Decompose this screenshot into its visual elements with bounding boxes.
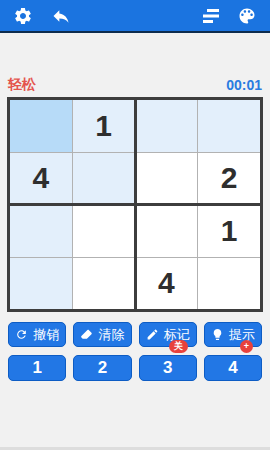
undo-label: 撤销	[33, 326, 59, 344]
cell-r0c2[interactable]	[136, 100, 198, 152]
palette-icon[interactable]	[234, 3, 260, 29]
num-button-1[interactable]: 1	[8, 355, 66, 381]
cell-r3c1[interactable]	[73, 258, 135, 310]
num-button-3[interactable]: 3	[139, 355, 197, 381]
num-button-4[interactable]: 4	[204, 355, 262, 381]
cell-r0c3[interactable]	[198, 100, 260, 152]
num-button-2[interactable]: 2	[73, 355, 131, 381]
timer: 00:01	[226, 77, 262, 93]
hint-count-badge: +	[240, 340, 253, 353]
difficulty-label: 轻松	[8, 76, 36, 94]
cell-r2c2[interactable]	[136, 205, 198, 257]
cell-r3c0[interactable]	[10, 258, 72, 310]
clear-button[interactable]: 清除	[73, 322, 131, 347]
status-row: 轻松 00:01	[0, 75, 270, 95]
cell-r2c3[interactable]: 1	[198, 205, 260, 257]
hint-button[interactable]: 提示 +	[204, 322, 262, 347]
cell-r1c3[interactable]: 2	[198, 153, 260, 205]
clear-label: 清除	[98, 326, 124, 344]
cell-r0c1[interactable]: 1	[73, 100, 135, 152]
cell-r1c2[interactable]	[136, 153, 198, 205]
undo-icon	[15, 328, 28, 341]
cell-r2c0[interactable]	[10, 205, 72, 257]
cell-r2c1[interactable]	[73, 205, 135, 257]
cell-r0c0[interactable]	[10, 100, 72, 152]
box-divider-horizontal	[10, 203, 260, 206]
eraser-icon	[80, 328, 93, 341]
top-bar	[0, 0, 270, 33]
toolbar: 撤销 清除 标记 关 提示 +	[8, 322, 262, 347]
undo-button[interactable]: 撤销	[8, 322, 66, 347]
sudoku-board: 14214	[7, 97, 263, 312]
lightbulb-icon	[211, 328, 224, 341]
cell-r3c2[interactable]: 4	[136, 258, 198, 310]
cell-r3c3[interactable]	[198, 258, 260, 310]
back-arrow-icon[interactable]	[48, 3, 74, 29]
mark-off-badge: 关	[169, 340, 188, 353]
mark-button[interactable]: 标记 关	[139, 322, 197, 347]
list-bars-icon[interactable]	[198, 3, 224, 29]
number-pad: 1234	[8, 355, 262, 381]
cell-r1c1[interactable]	[73, 153, 135, 205]
cell-r1c0[interactable]: 4	[10, 153, 72, 205]
settings-gear-icon[interactable]	[10, 3, 36, 29]
pencil-icon	[146, 328, 159, 341]
